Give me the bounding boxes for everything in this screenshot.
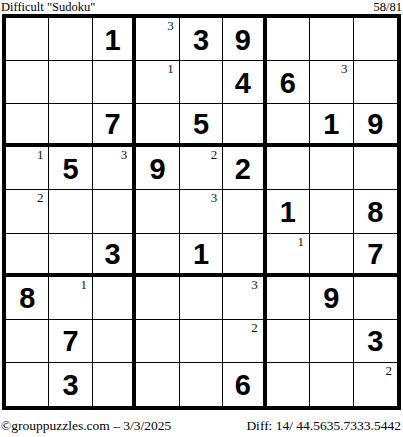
cell-r2c1[interactable] <box>6 61 49 104</box>
page-title: Difficult "Sudoku" <box>1 1 95 14</box>
cell-r3c4[interactable] <box>136 104 179 147</box>
cell-r7c4[interactable] <box>136 277 179 320</box>
cell-r4c2[interactable]: 5 <box>49 147 92 190</box>
sudoku-board: 133914637519153922231831178139723362 <box>2 14 401 410</box>
cell-r6c9[interactable]: 7 <box>354 234 397 277</box>
cell-r2c4[interactable]: 1 <box>136 61 179 104</box>
cell-r2c3[interactable] <box>93 61 136 104</box>
given-digit: 6 <box>235 371 251 400</box>
cell-r9c7[interactable] <box>267 363 310 406</box>
remaining-counter: 58/81 <box>374 1 402 14</box>
cell-r9c4[interactable] <box>136 363 179 406</box>
cell-r2c5[interactable] <box>180 61 223 104</box>
given-digit: 1 <box>280 198 296 227</box>
cell-r6c1[interactable] <box>6 234 49 277</box>
sudoku-page: Difficult "Sudoku" 58/81 133914637519153… <box>0 0 403 437</box>
given-digit: 9 <box>235 26 251 55</box>
cell-r6c4[interactable] <box>136 234 179 277</box>
cell-r5c2[interactable] <box>49 190 92 233</box>
pencil-mark: 1 <box>298 235 305 248</box>
cell-r9c9[interactable]: 2 <box>354 363 397 406</box>
cell-r5c3[interactable] <box>93 190 136 233</box>
cell-r1c9[interactable] <box>354 18 397 61</box>
difficulty-code: Diff: 14/ 44.5635.7333.5442 <box>246 418 401 434</box>
cell-r9c8[interactable] <box>310 363 353 406</box>
pencil-mark: 2 <box>211 148 218 161</box>
pencil-mark: 3 <box>121 148 128 161</box>
cell-r9c1[interactable] <box>6 363 49 406</box>
cell-r4c7[interactable] <box>267 147 310 190</box>
given-digit: 3 <box>193 26 209 55</box>
given-digit: 7 <box>63 327 79 356</box>
pencil-mark: 2 <box>37 191 44 204</box>
cell-r3c1[interactable] <box>6 104 49 147</box>
given-digit: 5 <box>193 110 209 139</box>
cell-r7c1[interactable]: 8 <box>6 277 49 320</box>
given-digit: 9 <box>367 110 383 139</box>
given-digit: 9 <box>149 155 165 184</box>
footer: ©grouppuzzles.com – 3/3/2025 Diff: 14/ 4… <box>0 418 403 434</box>
given-digit: 4 <box>235 69 251 98</box>
cell-r5c5[interactable]: 3 <box>180 190 223 233</box>
pencil-mark: 1 <box>80 278 87 291</box>
cell-r9c6[interactable]: 6 <box>223 363 266 406</box>
cell-r4c4[interactable]: 9 <box>136 147 179 190</box>
cell-r7c9[interactable] <box>354 277 397 320</box>
given-digit: 3 <box>367 327 383 356</box>
cell-r3c3[interactable]: 7 <box>93 104 136 147</box>
cell-r5c1[interactable]: 2 <box>6 190 49 233</box>
cell-r9c2[interactable]: 3 <box>49 363 92 406</box>
given-digit: 7 <box>367 240 383 269</box>
cell-r3c5[interactable]: 5 <box>180 104 223 147</box>
given-digit: 1 <box>193 240 209 269</box>
cell-r8c1[interactable] <box>6 320 49 363</box>
cell-r8c9[interactable]: 3 <box>354 320 397 363</box>
cell-r6c2[interactable] <box>49 234 92 277</box>
cell-r9c3[interactable] <box>93 363 136 406</box>
given-digit: 3 <box>63 371 79 400</box>
cell-r4c5[interactable]: 2 <box>180 147 223 190</box>
cell-r9c5[interactable] <box>180 363 223 406</box>
pencil-mark: 1 <box>37 148 44 161</box>
cell-r1c6[interactable]: 9 <box>223 18 266 61</box>
cell-r6c3[interactable]: 3 <box>93 234 136 277</box>
pencil-mark: 3 <box>211 191 218 204</box>
header: Difficult "Sudoku" 58/81 <box>0 0 403 14</box>
pencil-mark: 3 <box>341 62 348 75</box>
copyright-date: ©grouppuzzles.com – 3/3/2025 <box>1 418 171 434</box>
cell-r5c6[interactable] <box>223 190 266 233</box>
cell-r8c4[interactable] <box>136 320 179 363</box>
cell-r1c2[interactable] <box>49 18 92 61</box>
cell-r7c7[interactable] <box>267 277 310 320</box>
cell-r1c5[interactable]: 3 <box>180 18 223 61</box>
pencil-mark: 3 <box>167 19 174 32</box>
cell-r8c7[interactable] <box>267 320 310 363</box>
cell-r2c2[interactable] <box>49 61 92 104</box>
given-digit: 1 <box>105 26 121 55</box>
cell-r4c6[interactable]: 2 <box>223 147 266 190</box>
cell-r7c2[interactable]: 1 <box>49 277 92 320</box>
cell-r1c1[interactable] <box>6 18 49 61</box>
cell-r7c8[interactable]: 9 <box>310 277 353 320</box>
cell-r8c8[interactable] <box>310 320 353 363</box>
cell-r7c5[interactable] <box>180 277 223 320</box>
cell-r5c9[interactable]: 8 <box>354 190 397 233</box>
given-digit: 8 <box>367 198 383 227</box>
cell-r3c6[interactable] <box>223 104 266 147</box>
cell-r4c1[interactable]: 1 <box>6 147 49 190</box>
cell-r5c7[interactable]: 1 <box>267 190 310 233</box>
cell-r4c9[interactable] <box>354 147 397 190</box>
pencil-mark: 3 <box>251 278 258 291</box>
cell-r3c9[interactable]: 9 <box>354 104 397 147</box>
cell-r8c6[interactable]: 2 <box>223 320 266 363</box>
cell-r1c8[interactable] <box>310 18 353 61</box>
cell-r8c5[interactable] <box>180 320 223 363</box>
given-digit: 8 <box>19 284 35 313</box>
pencil-mark: 2 <box>251 321 258 334</box>
given-digit: 7 <box>105 110 121 139</box>
cell-r3c8[interactable]: 1 <box>310 104 353 147</box>
cell-r6c7[interactable]: 1 <box>267 234 310 277</box>
pencil-mark: 1 <box>167 62 174 75</box>
cell-r1c3[interactable]: 1 <box>93 18 136 61</box>
cell-r2c7[interactable]: 6 <box>267 61 310 104</box>
cell-r6c6[interactable] <box>223 234 266 277</box>
given-digit: 9 <box>323 284 339 313</box>
cell-r2c8[interactable]: 3 <box>310 61 353 104</box>
cell-r7c3[interactable] <box>93 277 136 320</box>
cell-r4c8[interactable] <box>310 147 353 190</box>
cell-r8c2[interactable]: 7 <box>49 320 92 363</box>
cell-r2c9[interactable] <box>354 61 397 104</box>
given-digit: 3 <box>105 240 121 269</box>
given-digit: 6 <box>280 69 296 98</box>
cell-r3c7[interactable] <box>267 104 310 147</box>
cell-r4c3[interactable]: 3 <box>93 147 136 190</box>
cell-r6c8[interactable] <box>310 234 353 277</box>
cell-r6c5[interactable]: 1 <box>180 234 223 277</box>
given-digit: 2 <box>235 155 251 184</box>
cell-r1c7[interactable] <box>267 18 310 61</box>
cell-r8c3[interactable] <box>93 320 136 363</box>
cell-r5c8[interactable] <box>310 190 353 233</box>
cell-r5c4[interactable] <box>136 190 179 233</box>
given-digit: 1 <box>323 110 339 139</box>
cell-r3c2[interactable] <box>49 104 92 147</box>
cell-r1c4[interactable]: 3 <box>136 18 179 61</box>
given-digit: 5 <box>63 155 79 184</box>
pencil-mark: 2 <box>385 364 392 377</box>
cell-r2c6[interactable]: 4 <box>223 61 266 104</box>
cell-r7c6[interactable]: 3 <box>223 277 266 320</box>
